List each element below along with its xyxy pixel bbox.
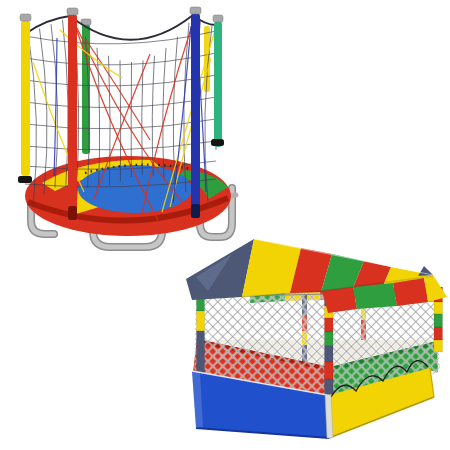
enclosure-post-blue	[191, 13, 200, 218]
post-cap	[213, 15, 223, 22]
post-seg-red	[325, 318, 334, 332]
post-clamp	[18, 176, 32, 183]
post-seg-red	[434, 327, 443, 340]
post-seg-red	[325, 362, 334, 379]
post-cap	[20, 14, 31, 21]
product-image-canvas	[0, 0, 450, 450]
eave-red2	[393, 278, 428, 306]
post-seg-yellow	[434, 340, 443, 352]
enclosure-post-yellow	[21, 20, 30, 176]
post-clamp	[211, 139, 224, 146]
enclosure-post-green-right	[214, 21, 222, 147]
eave-green	[353, 283, 397, 309]
post-cap	[190, 7, 201, 14]
post-red-tip	[68, 206, 77, 220]
post-blue-tip	[191, 204, 200, 218]
post-seg-yellow	[434, 302, 443, 314]
post-seg-green	[434, 314, 443, 327]
post-cap	[67, 8, 78, 15]
post-seg-green	[197, 298, 205, 311]
enclosure-post-red	[68, 14, 77, 220]
post-seg-navy	[197, 331, 205, 378]
post-seg-navy	[325, 379, 334, 396]
post-seg-navy	[325, 346, 334, 362]
product-composite-illustration	[0, 0, 450, 450]
post-seg-yellow	[197, 311, 205, 331]
post-seg-green	[325, 332, 334, 346]
